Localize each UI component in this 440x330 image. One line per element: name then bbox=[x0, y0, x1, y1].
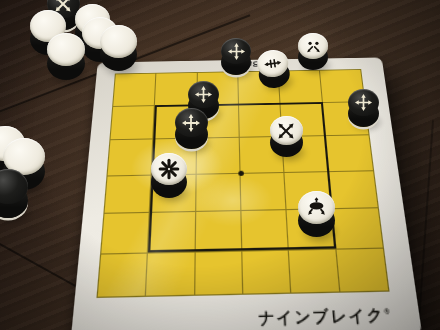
game-piece-white-top-border-right[interactable] bbox=[298, 33, 328, 70]
game-piece-white-top-border-center[interactable] bbox=[255, 48, 291, 90]
disc-face-white bbox=[270, 116, 303, 145]
disc-face-white bbox=[298, 191, 335, 224]
cell-c4[interactable] bbox=[196, 173, 242, 212]
disc-face-white bbox=[100, 25, 137, 58]
cell-b5[interactable] bbox=[148, 212, 196, 253]
cell-b6[interactable] bbox=[146, 252, 195, 296]
cell-c6[interactable] bbox=[195, 251, 243, 295]
cell-a4[interactable] bbox=[104, 175, 151, 214]
disc-face-black bbox=[175, 108, 208, 137]
board-grid bbox=[98, 70, 388, 297]
game-piece-black-b3[interactable] bbox=[175, 108, 208, 149]
cell-d6[interactable] bbox=[242, 250, 291, 293]
pinwheel-icon bbox=[158, 158, 180, 180]
cell-e6[interactable] bbox=[289, 249, 340, 292]
none-icon bbox=[54, 38, 78, 62]
game-piece-black-table-left-3[interactable] bbox=[0, 169, 28, 218]
game-piece-white-e6[interactable] bbox=[298, 191, 335, 237]
none-icon bbox=[107, 30, 130, 53]
cell-a2[interactable] bbox=[110, 106, 155, 141]
disc-face-white bbox=[47, 33, 85, 66]
crown-arrows-icon bbox=[305, 196, 328, 219]
break-arrows-icon bbox=[304, 37, 323, 56]
cell-f3[interactable] bbox=[326, 135, 373, 171]
orthogonal-arrows-icon bbox=[354, 93, 373, 112]
none-icon bbox=[0, 174, 21, 199]
disc-face-white bbox=[298, 33, 328, 59]
cell-f4[interactable] bbox=[329, 171, 378, 209]
game-piece-white-table-top-6[interactable] bbox=[100, 25, 137, 71]
cell-c5[interactable] bbox=[195, 211, 242, 252]
game-piece-white-b5[interactable] bbox=[151, 153, 187, 198]
cell-a6[interactable] bbox=[98, 253, 149, 297]
table-photo: 9Break ナインブレイク® bbox=[0, 0, 440, 330]
disc-face-black bbox=[188, 81, 219, 108]
disc-face-white bbox=[151, 153, 187, 185]
cell-a5[interactable] bbox=[101, 213, 150, 254]
registered-mark: ® bbox=[384, 307, 390, 315]
play-area bbox=[96, 69, 389, 298]
cell-f5[interactable] bbox=[332, 208, 382, 249]
disc-face-black bbox=[221, 38, 251, 64]
diagonal-cross-arrows-icon bbox=[276, 121, 296, 141]
none-icon bbox=[11, 144, 37, 170]
game-piece-white-d4[interactable] bbox=[270, 116, 303, 157]
cell-a3[interactable] bbox=[108, 139, 154, 176]
orthogonal-arrows-icon bbox=[181, 113, 201, 133]
orthogonal-arrows-icon bbox=[194, 85, 213, 104]
horizontal-double-arrow-icon bbox=[262, 53, 283, 74]
game-piece-white-table-top-5[interactable] bbox=[47, 33, 85, 80]
game-piece-black-top-border-left[interactable] bbox=[221, 38, 251, 75]
cell-d5[interactable] bbox=[241, 210, 289, 251]
cell-f6[interactable] bbox=[336, 248, 388, 291]
cell-d4[interactable] bbox=[241, 172, 287, 211]
orthogonal-arrows-icon bbox=[227, 42, 246, 61]
board-logo-bottom: ナインブレイク® bbox=[258, 304, 392, 330]
game-piece-black-f2[interactable] bbox=[348, 89, 379, 127]
disc-face-black bbox=[348, 89, 379, 116]
